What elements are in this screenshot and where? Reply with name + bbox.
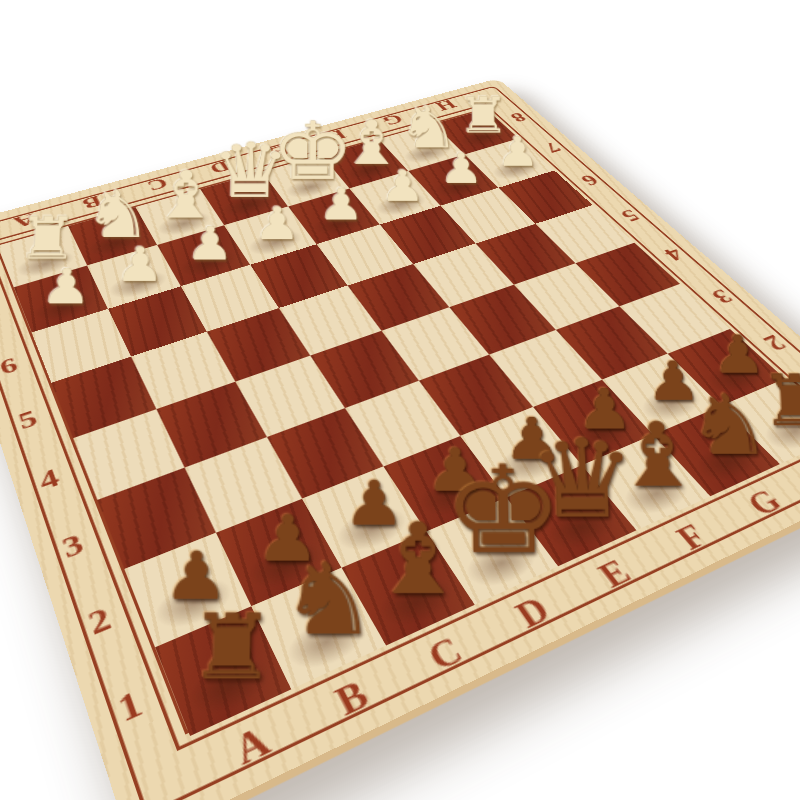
- piece-shadow: [306, 206, 373, 241]
- piece-shadow: [630, 379, 712, 430]
- piece-shadow: [752, 405, 800, 458]
- file-label-near-d: D: [475, 571, 591, 656]
- file-label-near-b: B: [290, 651, 413, 748]
- file-label-near-f: F: [637, 501, 747, 576]
- square-a6: [32, 309, 131, 383]
- piece-shadow: [536, 496, 628, 559]
- square-e1: ♛: [506, 465, 636, 566]
- piece-shadow: [455, 530, 549, 597]
- board-grid: ♜♞♝♛♚♝♞♜♟♟♟♟♟♟♟♟♟♟♟♟♟♟♟♟♜♞♝♚♛♝♞♜: [0, 109, 800, 735]
- piece-shadow: [173, 244, 243, 282]
- piece-shadow: [239, 532, 332, 599]
- piece-shadow: [560, 406, 644, 459]
- piece-shadow: [368, 566, 465, 638]
- product-photo: ♜♞♝♛♚♝♞♜♟♟♟♟♟♟♟♟♟♟♟♟♟♟♟♟♜♞♝♚♛♝♞♜ ABCDEFG…: [0, 0, 800, 800]
- piece-shadow: [179, 646, 281, 727]
- file-label-far-d: D: [183, 150, 257, 185]
- board-surface: ♜♞♝♛♚♝♞♜♟♟♟♟♟♟♟♟♟♟♟♟♟♟♟♟♜♞♝♚♛♝♞♜ ABCDEFG…: [0, 78, 800, 800]
- chess-board: ♜♞♝♛♚♝♞♜♟♟♟♟♟♟♟♟♟♟♟♟♟♟♟♟♜♞♝♚♛♝♞♜ ABCDEFG…: [0, 78, 800, 800]
- piece-shadow: [277, 605, 376, 681]
- piece-shadow: [409, 465, 498, 525]
